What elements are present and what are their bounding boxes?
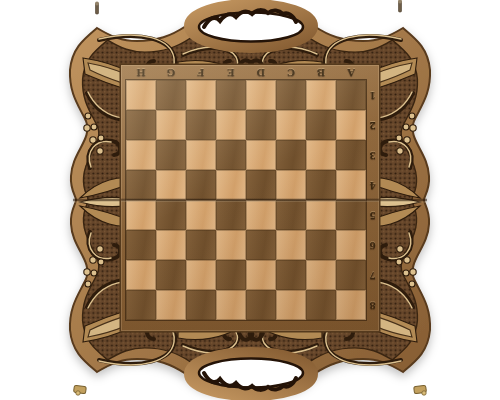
hinge-pin-right xyxy=(398,0,402,12)
square-h6 xyxy=(126,230,156,260)
square-b6 xyxy=(306,230,336,260)
square-d1 xyxy=(246,80,276,110)
file-label-d: D xyxy=(246,65,276,80)
square-f6 xyxy=(186,230,216,260)
file-labels: HGFEDCBA xyxy=(126,65,366,80)
square-c8 xyxy=(276,290,306,320)
square-c1 xyxy=(276,80,306,110)
square-a5 xyxy=(336,200,366,230)
rank-labels: 12345678 xyxy=(366,80,379,320)
file-label-a: A xyxy=(336,65,366,80)
clasp-foot-right xyxy=(414,385,427,395)
file-label-f: F xyxy=(186,65,216,80)
square-g4 xyxy=(156,170,186,200)
square-c5 xyxy=(276,200,306,230)
square-f7 xyxy=(186,260,216,290)
square-f3 xyxy=(186,140,216,170)
square-h2 xyxy=(126,110,156,140)
file-label-e: E xyxy=(216,65,246,80)
file-label-h: H xyxy=(126,65,156,80)
square-e1 xyxy=(216,80,246,110)
square-b7 xyxy=(306,260,336,290)
square-d2 xyxy=(246,110,276,140)
square-g2 xyxy=(156,110,186,140)
square-a3 xyxy=(336,140,366,170)
rank-label-6: 6 xyxy=(366,230,379,260)
square-g5 xyxy=(156,200,186,230)
square-d4 xyxy=(246,170,276,200)
square-e8 xyxy=(216,290,246,320)
photo-stage: HGFEDCBA 12345678 xyxy=(0,0,500,400)
square-b5 xyxy=(306,200,336,230)
square-e5 xyxy=(216,200,246,230)
square-c6 xyxy=(276,230,306,260)
chessboard: HGFEDCBA 12345678 xyxy=(121,65,379,331)
square-d5 xyxy=(246,200,276,230)
square-e4 xyxy=(216,170,246,200)
square-h1 xyxy=(126,80,156,110)
square-e2 xyxy=(216,110,246,140)
square-b4 xyxy=(306,170,336,200)
rank-label-2: 2 xyxy=(366,110,379,140)
square-g6 xyxy=(156,230,186,260)
rank-label-3: 3 xyxy=(366,140,379,170)
square-a8 xyxy=(336,290,366,320)
square-h8 xyxy=(126,290,156,320)
square-h7 xyxy=(126,260,156,290)
square-h4 xyxy=(126,170,156,200)
square-g1 xyxy=(156,80,186,110)
square-a7 xyxy=(336,260,366,290)
square-b1 xyxy=(306,80,336,110)
square-d3 xyxy=(246,140,276,170)
rank-label-4: 4 xyxy=(366,170,379,200)
square-h5 xyxy=(126,200,156,230)
board-grid xyxy=(126,80,366,320)
square-g7 xyxy=(156,260,186,290)
rank-label-8: 8 xyxy=(366,290,379,320)
rank-label-1: 1 xyxy=(366,80,379,110)
square-d8 xyxy=(246,290,276,320)
square-f2 xyxy=(186,110,216,140)
square-b3 xyxy=(306,140,336,170)
square-f5 xyxy=(186,200,216,230)
rank-label-5: 5 xyxy=(366,200,379,230)
file-label-b: B xyxy=(306,65,336,80)
square-a6 xyxy=(336,230,366,260)
square-c2 xyxy=(276,110,306,140)
square-a1 xyxy=(336,80,366,110)
square-g3 xyxy=(156,140,186,170)
hinge-pin-left xyxy=(95,2,99,15)
square-e7 xyxy=(216,260,246,290)
clasp-foot-left xyxy=(74,385,87,395)
square-a2 xyxy=(336,110,366,140)
square-f4 xyxy=(186,170,216,200)
rank-label-7: 7 xyxy=(366,260,379,290)
square-c4 xyxy=(276,170,306,200)
square-e6 xyxy=(216,230,246,260)
square-h3 xyxy=(126,140,156,170)
square-f8 xyxy=(186,290,216,320)
square-a4 xyxy=(336,170,366,200)
square-d7 xyxy=(246,260,276,290)
square-d6 xyxy=(246,230,276,260)
square-e3 xyxy=(216,140,246,170)
square-c3 xyxy=(276,140,306,170)
file-label-g: G xyxy=(156,65,186,80)
square-b8 xyxy=(306,290,336,320)
square-b2 xyxy=(306,110,336,140)
square-f1 xyxy=(186,80,216,110)
square-c7 xyxy=(276,260,306,290)
file-label-c: C xyxy=(276,65,306,80)
square-g8 xyxy=(156,290,186,320)
